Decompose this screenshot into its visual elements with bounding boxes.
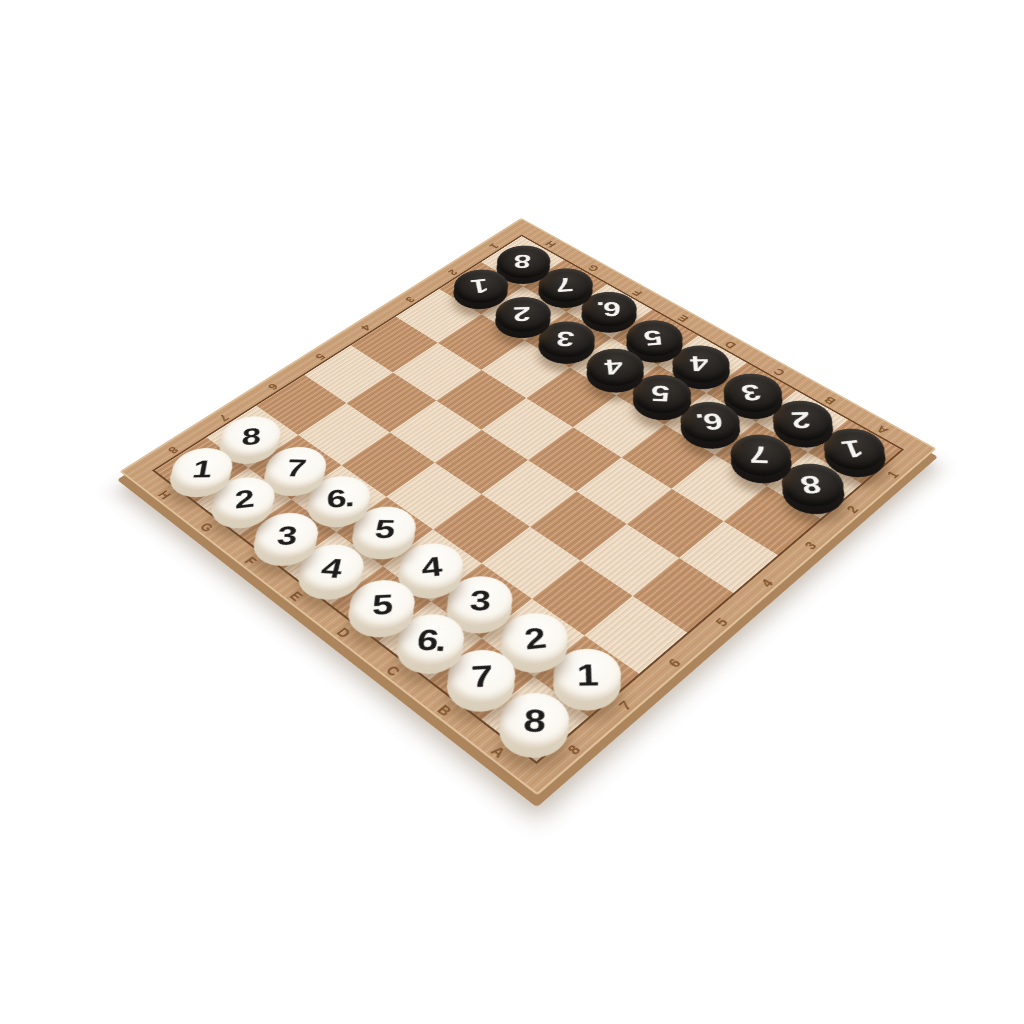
product-photo: HGFEDCBAHGFEDCBA1234567812345678 123456.… (0, 0, 1024, 1024)
disc-number: 3 (470, 586, 490, 614)
disc-number: 7 (285, 455, 307, 480)
disc-number: 5 (372, 590, 392, 619)
disc-number: 3 (557, 328, 576, 350)
disc-number: 1 (191, 456, 213, 480)
disc-number: 2 (792, 409, 813, 432)
disc-number: 3 (741, 381, 765, 405)
disc-number: 1 (841, 436, 867, 462)
disc-number: 7 (556, 275, 575, 296)
pieces-layer: 123456.78876.54321123456.78876.54321 (155, 236, 901, 761)
disc-number: 4 (692, 353, 710, 375)
disc-number: 2 (523, 623, 547, 654)
photo-scene: HGFEDCBAHGFEDCBA1234567812345678 123456.… (0, 0, 1024, 1024)
disc-number: 3 (276, 522, 297, 549)
disc-number: 8 (242, 424, 260, 448)
disc-number: 7 (471, 660, 492, 691)
disc-number: 4 (606, 356, 625, 378)
disc-number: 8 (523, 704, 546, 737)
disc-number: 6. (598, 299, 621, 319)
disc-number: 8 (801, 472, 825, 498)
disc-number: 5 (653, 382, 671, 405)
disc-number: 4 (319, 554, 344, 582)
disc-number: 5 (644, 327, 665, 349)
disc-number: 5 (374, 516, 395, 542)
disc-number: 1 (472, 276, 491, 297)
disc-number: 2 (235, 485, 254, 512)
disc-number: 6. (696, 409, 725, 433)
disc-number: 7 (752, 443, 770, 468)
chessboard: HGFEDCBAHGFEDCBA1234567812345678 123456.… (119, 218, 936, 796)
disc-number: 6. (327, 484, 353, 511)
disc-number: 8 (515, 252, 532, 271)
disc-number: 1 (577, 659, 598, 690)
disc-number: 6. (415, 624, 447, 655)
disc-number: 2 (515, 304, 531, 325)
disc-number: 4 (421, 552, 442, 581)
